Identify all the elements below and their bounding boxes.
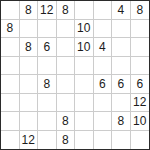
cell-r4c1[interactable] xyxy=(1,57,20,76)
cell-r7c2[interactable] xyxy=(20,112,39,131)
cell-r4c2[interactable] xyxy=(20,57,39,76)
cell-r3c3[interactable]: 6 xyxy=(38,38,57,57)
cell-r1c8[interactable]: 8 xyxy=(131,1,150,20)
cell-r5c7[interactable]: 6 xyxy=(112,75,131,94)
cell-r6c1[interactable] xyxy=(1,94,20,113)
cell-r5c5[interactable] xyxy=(75,75,94,94)
cell-r1c3[interactable]: 12 xyxy=(38,1,57,20)
cell-r6c4[interactable] xyxy=(57,94,76,113)
cell-r2c5[interactable]: 10 xyxy=(75,20,94,39)
cell-r4c8[interactable] xyxy=(131,57,150,76)
cell-r1c7[interactable]: 4 xyxy=(112,1,131,20)
cell-r4c3[interactable] xyxy=(38,57,57,76)
cell-r7c8[interactable]: 10 xyxy=(131,112,150,131)
cell-r1c1[interactable] xyxy=(1,1,20,20)
cell-r7c7[interactable]: 8 xyxy=(112,112,131,131)
cell-r2c6[interactable] xyxy=(94,20,113,39)
cell-r7c3[interactable] xyxy=(38,112,57,131)
cell-r8c7[interactable] xyxy=(112,131,131,150)
cell-r6c5[interactable] xyxy=(75,94,94,113)
cell-r2c1[interactable]: 8 xyxy=(1,20,20,39)
cell-r5c6[interactable]: 6 xyxy=(94,75,113,94)
cell-r7c6[interactable] xyxy=(94,112,113,131)
cell-r1c2[interactable]: 8 xyxy=(20,1,39,20)
cell-r7c1[interactable] xyxy=(1,112,20,131)
cell-r3c5[interactable]: 10 xyxy=(75,38,94,57)
cell-r8c1[interactable] xyxy=(1,131,20,150)
cell-r2c4[interactable] xyxy=(57,20,76,39)
cell-r5c2[interactable] xyxy=(20,75,39,94)
cell-r8c2[interactable]: 12 xyxy=(20,131,39,150)
cell-r5c1[interactable] xyxy=(1,75,20,94)
cell-r5c3[interactable]: 8 xyxy=(38,75,57,94)
cell-r3c6[interactable]: 4 xyxy=(94,38,113,57)
cell-r1c4[interactable]: 8 xyxy=(57,1,76,20)
cell-r6c8[interactable]: 12 xyxy=(131,94,150,113)
cell-r8c5[interactable] xyxy=(75,131,94,150)
cell-r6c6[interactable] xyxy=(94,94,113,113)
cell-r8c4[interactable]: 8 xyxy=(57,131,76,150)
cell-r8c3[interactable] xyxy=(38,131,57,150)
cell-r5c4[interactable] xyxy=(57,75,76,94)
cell-r3c1[interactable] xyxy=(1,38,20,57)
cell-r7c4[interactable]: 8 xyxy=(57,112,76,131)
cell-r6c3[interactable] xyxy=(38,94,57,113)
cell-r3c7[interactable] xyxy=(112,38,131,57)
cell-r8c6[interactable] xyxy=(94,131,113,150)
cell-r2c2[interactable] xyxy=(20,20,39,39)
cell-r5c8[interactable]: 6 xyxy=(131,75,150,94)
cell-r4c7[interactable] xyxy=(112,57,131,76)
cell-r7c5[interactable] xyxy=(75,112,94,131)
cell-r2c7[interactable] xyxy=(112,20,131,39)
cell-r4c5[interactable] xyxy=(75,57,94,76)
cell-r1c5[interactable] xyxy=(75,1,94,20)
cell-r3c8[interactable] xyxy=(131,38,150,57)
puzzle-board: 812848810861048666128810128 xyxy=(0,0,150,150)
cell-r3c4[interactable] xyxy=(57,38,76,57)
cell-r6c7[interactable] xyxy=(112,94,131,113)
cell-r2c8[interactable] xyxy=(131,20,150,39)
cell-r1c6[interactable] xyxy=(94,1,113,20)
cell-r2c3[interactable] xyxy=(38,20,57,39)
cell-r8c8[interactable] xyxy=(131,131,150,150)
cell-r3c2[interactable]: 8 xyxy=(20,38,39,57)
cell-r4c6[interactable] xyxy=(94,57,113,76)
cell-r4c4[interactable] xyxy=(57,57,76,76)
cell-r6c2[interactable] xyxy=(20,94,39,113)
